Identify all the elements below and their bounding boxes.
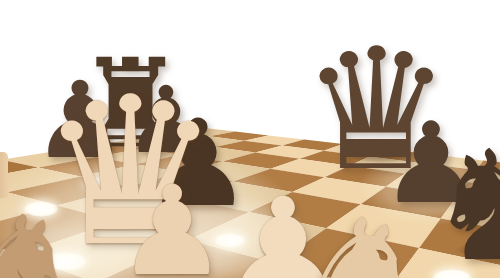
offscreen-white-piece-edge[interactable] [0, 152, 8, 198]
white-knight-h2-piece[interactable]: ♞ [274, 198, 439, 278]
chess-3d-scene: ♛♜♟♟♟♞♟♛♟♞♟♞ [0, 0, 500, 278]
white-knight-e1-piece[interactable]: ♞ [0, 198, 88, 278]
